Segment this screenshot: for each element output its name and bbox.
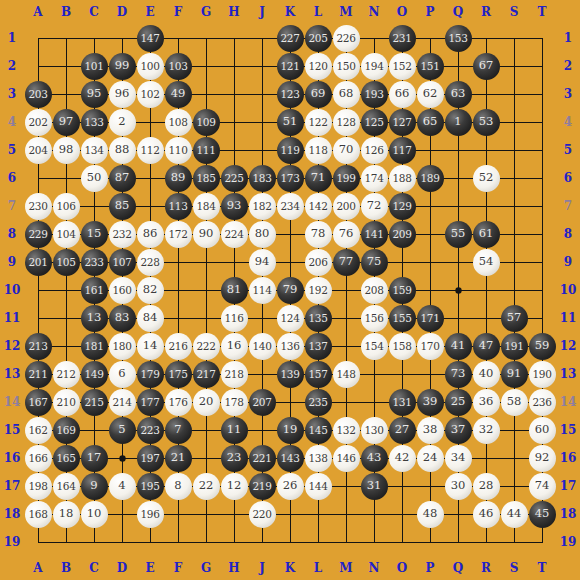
intersection-S8[interactable] (500, 220, 528, 248)
intersection-Q14[interactable]: 25 (444, 388, 472, 416)
intersection-K18[interactable] (276, 500, 304, 528)
intersection-D11[interactable]: 83 (108, 304, 136, 332)
intersection-K7[interactable]: 234 (276, 192, 304, 220)
intersection-K9[interactable] (276, 248, 304, 276)
intersection-J7[interactable]: 182 (248, 192, 276, 220)
intersection-L6[interactable]: 71 (304, 164, 332, 192)
intersection-B16[interactable]: 165 (52, 444, 80, 472)
intersection-J1[interactable] (248, 24, 276, 52)
intersection-R1[interactable] (472, 24, 500, 52)
intersection-J10[interactable]: 114 (248, 276, 276, 304)
intersection-K19[interactable] (276, 528, 304, 556)
intersection-K15[interactable]: 19 (276, 416, 304, 444)
intersection-O6[interactable]: 188 (388, 164, 416, 192)
intersection-O10[interactable]: 159 (388, 276, 416, 304)
intersection-D14[interactable]: 214 (108, 388, 136, 416)
intersection-H17[interactable]: 12 (220, 472, 248, 500)
intersection-A5[interactable]: 204 (24, 136, 52, 164)
intersection-Q13[interactable]: 73 (444, 360, 472, 388)
intersection-C11[interactable]: 13 (80, 304, 108, 332)
intersection-B10[interactable] (52, 276, 80, 304)
intersection-F18[interactable] (164, 500, 192, 528)
intersection-N8[interactable]: 141 (360, 220, 388, 248)
intersection-B3[interactable] (52, 80, 80, 108)
intersection-A12[interactable]: 213 (24, 332, 52, 360)
intersection-T4[interactable] (528, 108, 556, 136)
intersection-T17[interactable]: 74 (528, 472, 556, 500)
intersection-P3[interactable]: 62 (416, 80, 444, 108)
intersection-F15[interactable]: 7 (164, 416, 192, 444)
intersection-N7[interactable]: 72 (360, 192, 388, 220)
intersection-Q11[interactable] (444, 304, 472, 332)
intersection-H5[interactable] (220, 136, 248, 164)
intersection-K4[interactable]: 51 (276, 108, 304, 136)
intersection-M11[interactable] (332, 304, 360, 332)
intersection-A2[interactable] (24, 52, 52, 80)
intersection-R11[interactable] (472, 304, 500, 332)
intersection-K2[interactable]: 121 (276, 52, 304, 80)
intersection-C13[interactable]: 149 (80, 360, 108, 388)
intersection-E13[interactable]: 179 (136, 360, 164, 388)
intersection-F6[interactable]: 89 (164, 164, 192, 192)
intersection-O9[interactable] (388, 248, 416, 276)
intersection-N3[interactable]: 193 (360, 80, 388, 108)
intersection-N5[interactable]: 126 (360, 136, 388, 164)
intersection-G5[interactable]: 111 (192, 136, 220, 164)
intersection-R4[interactable]: 53 (472, 108, 500, 136)
intersection-M5[interactable]: 70 (332, 136, 360, 164)
intersection-M13[interactable]: 148 (332, 360, 360, 388)
intersection-J15[interactable] (248, 416, 276, 444)
intersection-D5[interactable]: 88 (108, 136, 136, 164)
intersection-S6[interactable] (500, 164, 528, 192)
intersection-F16[interactable]: 21 (164, 444, 192, 472)
intersection-J12[interactable]: 140 (248, 332, 276, 360)
intersection-F19[interactable] (164, 528, 192, 556)
goban[interactable]: 1472272052262311531019910010312112015019… (24, 24, 556, 556)
intersection-H16[interactable]: 23 (220, 444, 248, 472)
intersection-D18[interactable] (108, 500, 136, 528)
intersection-M12[interactable] (332, 332, 360, 360)
intersection-B1[interactable] (52, 24, 80, 52)
intersection-T18[interactable]: 45 (528, 500, 556, 528)
intersection-A11[interactable] (24, 304, 52, 332)
intersection-A8[interactable]: 229 (24, 220, 52, 248)
intersection-F4[interactable]: 108 (164, 108, 192, 136)
intersection-R8[interactable]: 61 (472, 220, 500, 248)
intersection-J11[interactable] (248, 304, 276, 332)
intersection-M10[interactable] (332, 276, 360, 304)
intersection-E7[interactable] (136, 192, 164, 220)
intersection-D1[interactable] (108, 24, 136, 52)
intersection-H11[interactable]: 116 (220, 304, 248, 332)
intersection-T2[interactable] (528, 52, 556, 80)
intersection-J13[interactable] (248, 360, 276, 388)
intersection-L8[interactable]: 78 (304, 220, 332, 248)
intersection-Q1[interactable]: 153 (444, 24, 472, 52)
intersection-E4[interactable] (136, 108, 164, 136)
intersection-T9[interactable] (528, 248, 556, 276)
intersection-L15[interactable]: 145 (304, 416, 332, 444)
intersection-G16[interactable] (192, 444, 220, 472)
intersection-P13[interactable] (416, 360, 444, 388)
intersection-A9[interactable]: 201 (24, 248, 52, 276)
intersection-O18[interactable] (388, 500, 416, 528)
intersection-Q10[interactable] (444, 276, 472, 304)
intersection-E18[interactable]: 196 (136, 500, 164, 528)
intersection-E14[interactable]: 177 (136, 388, 164, 416)
intersection-Q12[interactable]: 41 (444, 332, 472, 360)
intersection-C16[interactable]: 17 (80, 444, 108, 472)
intersection-T10[interactable] (528, 276, 556, 304)
intersection-R12[interactable]: 47 (472, 332, 500, 360)
intersection-H8[interactable]: 224 (220, 220, 248, 248)
intersection-Q19[interactable] (444, 528, 472, 556)
intersection-P5[interactable] (416, 136, 444, 164)
intersection-D7[interactable]: 85 (108, 192, 136, 220)
intersection-Q9[interactable] (444, 248, 472, 276)
intersection-A18[interactable]: 168 (24, 500, 52, 528)
intersection-S17[interactable] (500, 472, 528, 500)
intersection-J18[interactable]: 220 (248, 500, 276, 528)
intersection-O2[interactable]: 152 (388, 52, 416, 80)
intersection-S7[interactable] (500, 192, 528, 220)
intersection-L19[interactable] (304, 528, 332, 556)
intersection-G13[interactable]: 217 (192, 360, 220, 388)
intersection-C14[interactable]: 215 (80, 388, 108, 416)
intersection-D2[interactable]: 99 (108, 52, 136, 80)
intersection-D9[interactable]: 107 (108, 248, 136, 276)
intersection-R2[interactable]: 67 (472, 52, 500, 80)
intersection-P10[interactable] (416, 276, 444, 304)
intersection-J2[interactable] (248, 52, 276, 80)
intersection-A7[interactable]: 230 (24, 192, 52, 220)
intersection-S1[interactable] (500, 24, 528, 52)
intersection-S19[interactable] (500, 528, 528, 556)
intersection-Q5[interactable] (444, 136, 472, 164)
intersection-N1[interactable] (360, 24, 388, 52)
intersection-M14[interactable] (332, 388, 360, 416)
intersection-S18[interactable]: 44 (500, 500, 528, 528)
intersection-K8[interactable] (276, 220, 304, 248)
intersection-F3[interactable]: 49 (164, 80, 192, 108)
intersection-K3[interactable]: 123 (276, 80, 304, 108)
intersection-B13[interactable]: 212 (52, 360, 80, 388)
intersection-M3[interactable]: 68 (332, 80, 360, 108)
intersection-H13[interactable]: 218 (220, 360, 248, 388)
intersection-A14[interactable]: 167 (24, 388, 52, 416)
intersection-M17[interactable] (332, 472, 360, 500)
intersection-N14[interactable] (360, 388, 388, 416)
intersection-F5[interactable]: 110 (164, 136, 192, 164)
intersection-G4[interactable]: 109 (192, 108, 220, 136)
intersection-T1[interactable] (528, 24, 556, 52)
intersection-G11[interactable] (192, 304, 220, 332)
intersection-B4[interactable]: 97 (52, 108, 80, 136)
intersection-N2[interactable]: 194 (360, 52, 388, 80)
intersection-D10[interactable]: 160 (108, 276, 136, 304)
intersection-B8[interactable]: 104 (52, 220, 80, 248)
intersection-C15[interactable] (80, 416, 108, 444)
intersection-L9[interactable]: 206 (304, 248, 332, 276)
intersection-O16[interactable]: 42 (388, 444, 416, 472)
intersection-F1[interactable] (164, 24, 192, 52)
intersection-C7[interactable] (80, 192, 108, 220)
intersection-B19[interactable] (52, 528, 80, 556)
intersection-S9[interactable] (500, 248, 528, 276)
intersection-E5[interactable]: 112 (136, 136, 164, 164)
intersection-S3[interactable] (500, 80, 528, 108)
intersection-H18[interactable] (220, 500, 248, 528)
intersection-P11[interactable]: 171 (416, 304, 444, 332)
intersection-E9[interactable]: 228 (136, 248, 164, 276)
intersection-O7[interactable]: 129 (388, 192, 416, 220)
intersection-E16[interactable]: 197 (136, 444, 164, 472)
intersection-L5[interactable]: 118 (304, 136, 332, 164)
intersection-S11[interactable]: 57 (500, 304, 528, 332)
intersection-R5[interactable] (472, 136, 500, 164)
intersection-P8[interactable] (416, 220, 444, 248)
intersection-R13[interactable]: 40 (472, 360, 500, 388)
intersection-R15[interactable]: 32 (472, 416, 500, 444)
intersection-G3[interactable] (192, 80, 220, 108)
intersection-P17[interactable] (416, 472, 444, 500)
intersection-L7[interactable]: 142 (304, 192, 332, 220)
intersection-R17[interactable]: 28 (472, 472, 500, 500)
intersection-L18[interactable] (304, 500, 332, 528)
intersection-N12[interactable]: 154 (360, 332, 388, 360)
intersection-A17[interactable]: 198 (24, 472, 52, 500)
intersection-B2[interactable] (52, 52, 80, 80)
intersection-B7[interactable]: 106 (52, 192, 80, 220)
intersection-N10[interactable]: 208 (360, 276, 388, 304)
intersection-E8[interactable]: 86 (136, 220, 164, 248)
intersection-M1[interactable]: 226 (332, 24, 360, 52)
intersection-P1[interactable] (416, 24, 444, 52)
intersection-C6[interactable]: 50 (80, 164, 108, 192)
intersection-F17[interactable]: 8 (164, 472, 192, 500)
intersection-K17[interactable]: 26 (276, 472, 304, 500)
intersection-D17[interactable]: 4 (108, 472, 136, 500)
intersection-H4[interactable] (220, 108, 248, 136)
intersection-B5[interactable]: 98 (52, 136, 80, 164)
intersection-G18[interactable] (192, 500, 220, 528)
intersection-S12[interactable]: 191 (500, 332, 528, 360)
intersection-C19[interactable] (80, 528, 108, 556)
intersection-D13[interactable]: 6 (108, 360, 136, 388)
intersection-R18[interactable]: 46 (472, 500, 500, 528)
intersection-J14[interactable]: 207 (248, 388, 276, 416)
intersection-S16[interactable] (500, 444, 528, 472)
intersection-J3[interactable] (248, 80, 276, 108)
intersection-H6[interactable]: 225 (220, 164, 248, 192)
intersection-J4[interactable] (248, 108, 276, 136)
intersection-H1[interactable] (220, 24, 248, 52)
intersection-H15[interactable]: 11 (220, 416, 248, 444)
intersection-A4[interactable]: 202 (24, 108, 52, 136)
intersection-Q8[interactable]: 55 (444, 220, 472, 248)
intersection-N19[interactable] (360, 528, 388, 556)
intersection-Q18[interactable] (444, 500, 472, 528)
intersection-K14[interactable] (276, 388, 304, 416)
intersection-H7[interactable]: 93 (220, 192, 248, 220)
intersection-M2[interactable]: 150 (332, 52, 360, 80)
intersection-L4[interactable]: 122 (304, 108, 332, 136)
intersection-T12[interactable]: 59 (528, 332, 556, 360)
intersection-H9[interactable] (220, 248, 248, 276)
intersection-C1[interactable] (80, 24, 108, 52)
intersection-D15[interactable]: 5 (108, 416, 136, 444)
intersection-N17[interactable]: 31 (360, 472, 388, 500)
intersection-K16[interactable]: 143 (276, 444, 304, 472)
intersection-D19[interactable] (108, 528, 136, 556)
intersection-Q6[interactable] (444, 164, 472, 192)
intersection-O19[interactable] (388, 528, 416, 556)
intersection-P2[interactable]: 151 (416, 52, 444, 80)
intersection-N18[interactable] (360, 500, 388, 528)
intersection-J5[interactable] (248, 136, 276, 164)
intersection-G2[interactable] (192, 52, 220, 80)
intersection-M4[interactable]: 128 (332, 108, 360, 136)
intersection-H19[interactable] (220, 528, 248, 556)
intersection-R9[interactable]: 54 (472, 248, 500, 276)
intersection-S13[interactable]: 91 (500, 360, 528, 388)
intersection-G6[interactable]: 185 (192, 164, 220, 192)
intersection-F9[interactable] (164, 248, 192, 276)
intersection-C2[interactable]: 101 (80, 52, 108, 80)
intersection-B18[interactable]: 18 (52, 500, 80, 528)
intersection-Q16[interactable]: 34 (444, 444, 472, 472)
intersection-E15[interactable]: 223 (136, 416, 164, 444)
intersection-H14[interactable]: 178 (220, 388, 248, 416)
intersection-T15[interactable]: 60 (528, 416, 556, 444)
intersection-C8[interactable]: 15 (80, 220, 108, 248)
intersection-O4[interactable]: 127 (388, 108, 416, 136)
intersection-L2[interactable]: 120 (304, 52, 332, 80)
intersection-T13[interactable]: 190 (528, 360, 556, 388)
intersection-M8[interactable]: 76 (332, 220, 360, 248)
intersection-B6[interactable] (52, 164, 80, 192)
intersection-N4[interactable]: 125 (360, 108, 388, 136)
intersection-C5[interactable]: 134 (80, 136, 108, 164)
intersection-T6[interactable] (528, 164, 556, 192)
intersection-G8[interactable]: 90 (192, 220, 220, 248)
intersection-S2[interactable] (500, 52, 528, 80)
intersection-F13[interactable]: 175 (164, 360, 192, 388)
intersection-T11[interactable] (528, 304, 556, 332)
intersection-H3[interactable] (220, 80, 248, 108)
intersection-G14[interactable]: 20 (192, 388, 220, 416)
intersection-G19[interactable] (192, 528, 220, 556)
intersection-J17[interactable]: 219 (248, 472, 276, 500)
intersection-T14[interactable]: 236 (528, 388, 556, 416)
intersection-K12[interactable]: 136 (276, 332, 304, 360)
intersection-E17[interactable]: 195 (136, 472, 164, 500)
intersection-Q15[interactable]: 37 (444, 416, 472, 444)
intersection-L10[interactable]: 192 (304, 276, 332, 304)
intersection-F14[interactable]: 176 (164, 388, 192, 416)
intersection-G9[interactable] (192, 248, 220, 276)
intersection-T19[interactable] (528, 528, 556, 556)
intersection-O12[interactable]: 158 (388, 332, 416, 360)
intersection-P9[interactable] (416, 248, 444, 276)
intersection-K13[interactable]: 139 (276, 360, 304, 388)
intersection-P15[interactable]: 38 (416, 416, 444, 444)
intersection-A10[interactable] (24, 276, 52, 304)
intersection-Q2[interactable] (444, 52, 472, 80)
intersection-M19[interactable] (332, 528, 360, 556)
intersection-J9[interactable]: 94 (248, 248, 276, 276)
intersection-P16[interactable]: 24 (416, 444, 444, 472)
intersection-J8[interactable]: 80 (248, 220, 276, 248)
intersection-T5[interactable] (528, 136, 556, 164)
intersection-M15[interactable]: 132 (332, 416, 360, 444)
intersection-F11[interactable] (164, 304, 192, 332)
intersection-D4[interactable]: 2 (108, 108, 136, 136)
intersection-Q7[interactable] (444, 192, 472, 220)
intersection-A1[interactable] (24, 24, 52, 52)
intersection-N6[interactable]: 174 (360, 164, 388, 192)
intersection-P18[interactable]: 48 (416, 500, 444, 528)
intersection-K10[interactable]: 79 (276, 276, 304, 304)
intersection-D6[interactable]: 87 (108, 164, 136, 192)
intersection-B9[interactable]: 105 (52, 248, 80, 276)
intersection-E19[interactable] (136, 528, 164, 556)
intersection-S4[interactable] (500, 108, 528, 136)
intersection-F2[interactable]: 103 (164, 52, 192, 80)
intersection-G15[interactable] (192, 416, 220, 444)
intersection-L13[interactable]: 157 (304, 360, 332, 388)
intersection-S10[interactable] (500, 276, 528, 304)
intersection-J19[interactable] (248, 528, 276, 556)
intersection-C3[interactable]: 95 (80, 80, 108, 108)
intersection-P12[interactable]: 170 (416, 332, 444, 360)
intersection-O5[interactable]: 117 (388, 136, 416, 164)
intersection-Q3[interactable]: 63 (444, 80, 472, 108)
intersection-A19[interactable] (24, 528, 52, 556)
intersection-D12[interactable]: 180 (108, 332, 136, 360)
intersection-F12[interactable]: 216 (164, 332, 192, 360)
intersection-E10[interactable]: 82 (136, 276, 164, 304)
intersection-L3[interactable]: 69 (304, 80, 332, 108)
intersection-N9[interactable]: 75 (360, 248, 388, 276)
intersection-L1[interactable]: 205 (304, 24, 332, 52)
intersection-B14[interactable]: 210 (52, 388, 80, 416)
intersection-F8[interactable]: 172 (164, 220, 192, 248)
intersection-B11[interactable] (52, 304, 80, 332)
intersection-S5[interactable] (500, 136, 528, 164)
intersection-K11[interactable]: 124 (276, 304, 304, 332)
intersection-A3[interactable]: 203 (24, 80, 52, 108)
intersection-O14[interactable]: 131 (388, 388, 416, 416)
intersection-R16[interactable] (472, 444, 500, 472)
intersection-N11[interactable]: 156 (360, 304, 388, 332)
intersection-G10[interactable] (192, 276, 220, 304)
intersection-E6[interactable] (136, 164, 164, 192)
intersection-Q4[interactable]: 1 (444, 108, 472, 136)
intersection-K6[interactable]: 173 (276, 164, 304, 192)
intersection-M7[interactable]: 200 (332, 192, 360, 220)
intersection-P4[interactable]: 65 (416, 108, 444, 136)
intersection-R7[interactable] (472, 192, 500, 220)
intersection-P14[interactable]: 39 (416, 388, 444, 416)
intersection-O17[interactable] (388, 472, 416, 500)
intersection-R14[interactable]: 36 (472, 388, 500, 416)
intersection-L14[interactable]: 235 (304, 388, 332, 416)
intersection-O11[interactable]: 155 (388, 304, 416, 332)
intersection-L11[interactable]: 135 (304, 304, 332, 332)
intersection-P7[interactable] (416, 192, 444, 220)
